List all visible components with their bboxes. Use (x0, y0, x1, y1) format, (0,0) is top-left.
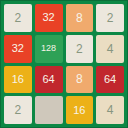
tile-r2c2: 128 (35, 35, 63, 63)
tile-r2c1: 32 (4, 35, 32, 63)
tile-r1c2: 32 (35, 4, 63, 32)
game-board-2048[interactable]: 2 32 8 2 32 128 2 4 16 64 8 64 2 16 4 (0, 0, 128, 128)
tile-r4c1: 2 (4, 96, 32, 124)
tile-r1c1: 2 (4, 4, 32, 32)
tile-r1c3: 8 (66, 4, 94, 32)
tile-r1c4: 2 (96, 4, 124, 32)
tile-r3c3: 8 (66, 66, 94, 94)
empty-cell-r4c2 (35, 96, 63, 124)
tile-r3c2: 64 (35, 66, 63, 94)
tile-r3c1: 16 (4, 66, 32, 94)
tile-r4c4: 4 (96, 96, 124, 124)
tile-r2c4: 4 (96, 35, 124, 63)
tile-r4c3: 16 (66, 96, 94, 124)
tile-r3c4: 64 (96, 66, 124, 94)
tile-r2c3: 2 (66, 35, 94, 63)
